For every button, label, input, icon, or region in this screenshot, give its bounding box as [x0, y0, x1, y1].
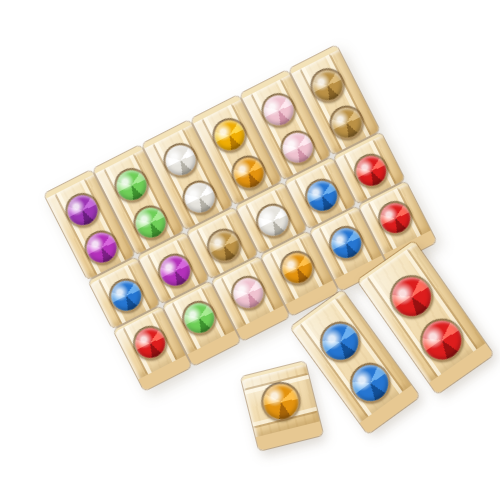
block-pile	[44, 44, 439, 393]
product-photo	[0, 0, 500, 500]
small-square-block	[241, 361, 323, 451]
